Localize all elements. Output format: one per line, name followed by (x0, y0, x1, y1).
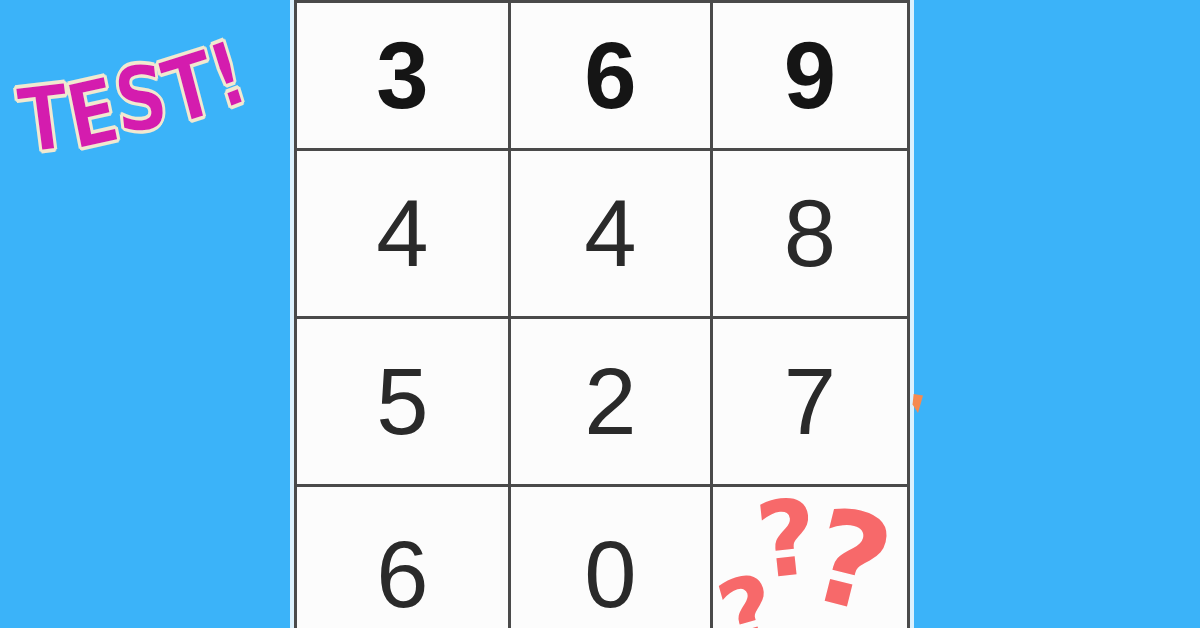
grid-cell-r2c3: 8 (713, 151, 907, 316)
grid-cell-r4c2: 0 (511, 487, 710, 628)
accent-mark (912, 394, 923, 413)
puzzle-grid: 36944852760??? (294, 0, 910, 628)
grid-cell-r2c1: 4 (297, 151, 508, 316)
grid-cell-r3c1: 5 (297, 319, 508, 484)
grid-cell-r1c2: 6 (511, 3, 710, 148)
grid-cell-r3c2: 2 (511, 319, 710, 484)
grid-cell-r4c3: ??? (713, 487, 907, 628)
background: { "game": "missing-number logic puzzle (… (0, 0, 1200, 628)
grid-cell-r4c1: 6 (297, 487, 508, 628)
grid-cell-r3c3: 7 (713, 319, 907, 484)
grid-cell-r1c1: 3 (297, 3, 508, 148)
question-mark-large: ? (800, 496, 901, 628)
grid-cell-r2c2: 4 (511, 151, 710, 316)
grid-cell-r1c3: 9 (713, 3, 907, 148)
test-sticker: TEST! (13, 41, 269, 197)
